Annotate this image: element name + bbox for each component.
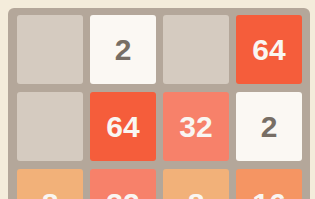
- tile-8: 8: [17, 169, 83, 199]
- tile-64: 64: [236, 15, 302, 84]
- game-board-2048[interactable]: 26464322832816: [8, 8, 310, 199]
- tile-2: 2: [90, 15, 156, 84]
- tile-32: 32: [90, 169, 156, 199]
- empty-cell: [163, 15, 229, 84]
- tile-16: 16: [236, 169, 302, 199]
- empty-cell: [17, 92, 83, 161]
- tile-64: 64: [90, 92, 156, 161]
- tile-8: 8: [163, 169, 229, 199]
- tile-32: 32: [163, 92, 229, 161]
- tile-grid: 26464322832816: [17, 15, 302, 199]
- empty-cell: [17, 15, 83, 84]
- tile-2: 2: [236, 92, 302, 161]
